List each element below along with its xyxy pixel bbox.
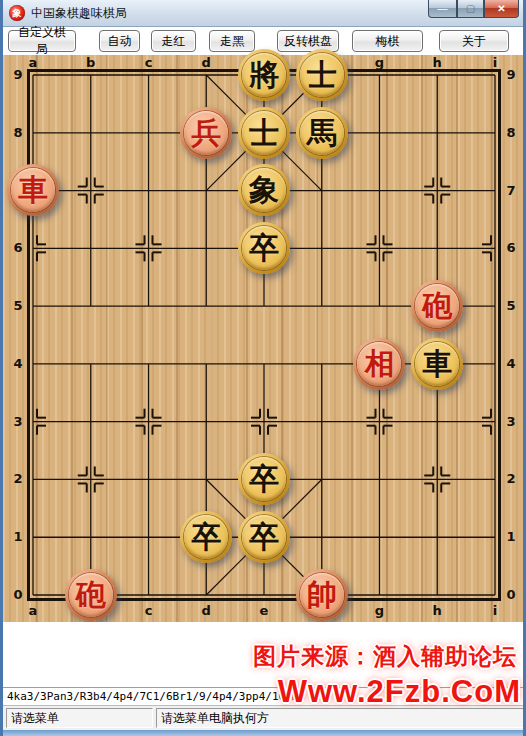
piece-red-cannon-b0[interactable]: 砲 — [65, 569, 117, 621]
maximize-button[interactable]: ▢ — [457, 0, 484, 18]
piece-character: 卒 — [249, 464, 279, 494]
app-window: 象 中国象棋趣味棋局 — ▢ ✕ 自定义棋局 自动 走红 走黑 反转棋盘 梅棋 … — [0, 0, 526, 736]
piece-black-elephant-e7[interactable]: 象 — [238, 164, 290, 216]
window-bottom-border — [3, 730, 526, 736]
watermark-source-text: 图片来源：酒入辅助论坛 — [253, 641, 517, 672]
piece-character: 砲 — [422, 291, 452, 321]
watermark-url-text: Www.2Fzb.CoM — [278, 674, 521, 710]
piece-black-chariot-h4[interactable]: 車 — [411, 338, 463, 390]
piece-black-horse-f8[interactable]: 馬 — [296, 107, 348, 159]
status-panel-left: 请选菜单 — [6, 708, 153, 728]
piece-character: 士 — [307, 60, 337, 90]
piece-black-soldier-e1[interactable]: 卒 — [238, 511, 290, 563]
close-button[interactable]: ✕ — [484, 0, 519, 18]
piece-character: 卒 — [249, 522, 279, 552]
piece-character: 兵 — [191, 118, 221, 148]
piece-character: 卒 — [191, 522, 221, 552]
title-bar[interactable]: 象 中国象棋趣味棋局 — ▢ ✕ — [3, 0, 523, 26]
pieces-layer: 將士兵士馬車象卒砲相車卒卒卒砲帥 — [4, 46, 524, 624]
piece-character: 車 — [422, 349, 452, 379]
app-icon: 象 — [9, 5, 25, 21]
piece-black-soldier-e2[interactable]: 卒 — [238, 453, 290, 505]
piece-red-chariot-a7[interactable]: 車 — [7, 164, 59, 216]
piece-character: 車 — [18, 175, 48, 205]
status-panel-right: 请选菜单电脑执何方 — [156, 708, 526, 728]
piece-character: 象 — [249, 175, 279, 205]
piece-character: 卒 — [249, 233, 279, 263]
piece-black-advisor-f9[interactable]: 士 — [296, 49, 348, 101]
piece-character: 帥 — [307, 580, 337, 610]
piece-red-soldier-d8[interactable]: 兵 — [180, 107, 232, 159]
piece-black-advisor-e8[interactable]: 士 — [238, 107, 290, 159]
piece-black-general-e9[interactable]: 將 — [238, 49, 290, 101]
piece-character: 相 — [364, 349, 394, 379]
piece-red-general-f0[interactable]: 帥 — [296, 569, 348, 621]
window-controls: — ▢ ✕ — [428, 0, 519, 18]
piece-character: 馬 — [307, 118, 337, 148]
piece-character: 士 — [249, 118, 279, 148]
minimize-button[interactable]: — — [428, 0, 457, 18]
window-title: 中国象棋趣味棋局 — [31, 5, 127, 22]
piece-black-soldier-d1[interactable]: 卒 — [180, 511, 232, 563]
piece-red-cannon-h5[interactable]: 砲 — [411, 280, 463, 332]
piece-red-elephant-g4[interactable]: 相 — [353, 338, 405, 390]
piece-character: 將 — [249, 60, 279, 90]
piece-black-soldier-e6[interactable]: 卒 — [238, 222, 290, 274]
piece-character: 砲 — [76, 580, 106, 610]
